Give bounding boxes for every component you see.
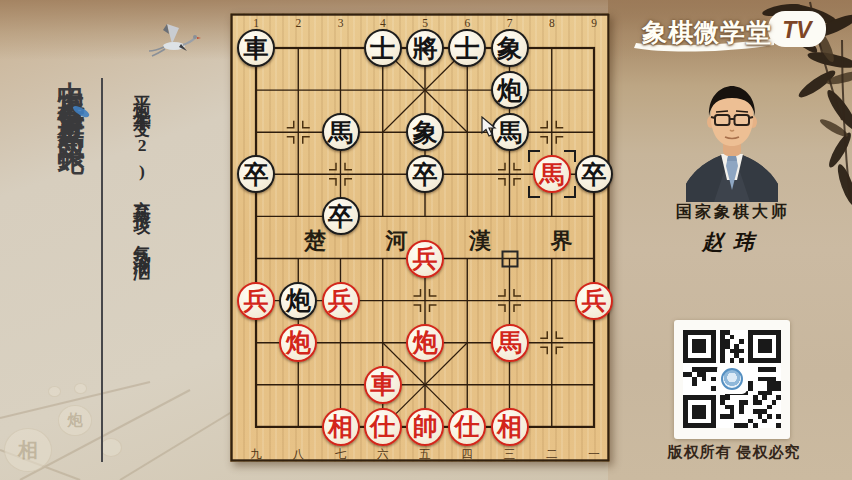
board-intersection[interactable]: 卒 <box>573 153 615 195</box>
board-coord-label: 八 <box>289 447 307 462</box>
board-intersection[interactable]: 炮 <box>488 69 530 111</box>
board-intersection[interactable]: 兵 <box>319 280 361 322</box>
master-title: 国家象棋大师 <box>640 202 826 223</box>
piece-red-cannon[interactable]: 炮 <box>279 324 317 362</box>
faded-piece-tiny <box>74 383 87 394</box>
board-intersection[interactable]: 象 <box>404 111 446 153</box>
faded-piece-small <box>100 438 122 457</box>
faded-piece-pao: 炮 <box>58 405 92 436</box>
logo-tv-text: TV <box>782 17 813 43</box>
board-intersection[interactable]: 馬 <box>488 322 530 364</box>
piece-red-chariot[interactable]: 車 <box>364 366 402 404</box>
board-coord-label: 九 <box>247 447 265 462</box>
piece-black-advisor[interactable]: 士 <box>448 29 486 67</box>
faded-piece-xiang: 相 <box>4 428 52 472</box>
piece-red-advisor[interactable]: 仕 <box>364 408 402 446</box>
piece-black-soldier[interactable]: 卒 <box>575 155 613 193</box>
piece-black-cannon[interactable]: 炮 <box>279 282 317 320</box>
board-intersection[interactable]: 帥 <box>404 406 446 448</box>
board-intersection[interactable]: 將 <box>404 27 446 69</box>
piece-black-elephant[interactable]: 象 <box>491 29 529 67</box>
master-portrait <box>678 78 786 202</box>
board-coord-label: 三 <box>501 447 519 462</box>
board-intersection[interactable]: 象 <box>488 27 530 69</box>
board-coord-label: 四 <box>458 447 476 462</box>
piece-red-soldier[interactable]: 兵 <box>575 282 613 320</box>
board-intersection[interactable]: 士 <box>446 27 488 69</box>
board-intersection[interactable]: 卒 <box>319 195 361 237</box>
video-frame: 相 炮 <box>0 0 852 480</box>
piece-black-soldier[interactable]: 卒 <box>406 155 444 193</box>
qr-code <box>674 320 790 439</box>
piece-red-advisor[interactable]: 仕 <box>448 408 486 446</box>
piece-black-advisor[interactable]: 士 <box>364 29 402 67</box>
board-intersection[interactable]: 車 <box>362 364 404 406</box>
copyright-notice: 版权所有 侵权必究 <box>636 443 832 462</box>
crane-bird-decoration <box>145 20 201 62</box>
channel-logo: TV 象棋微学堂 <box>628 6 834 60</box>
faded-board-photo: 相 炮 <box>0 380 240 480</box>
qr-center-logo <box>717 364 747 394</box>
board-coord-label: 七 <box>332 447 350 462</box>
board-intersection[interactable]: 兵 <box>573 280 615 322</box>
piece-black-cannon[interactable]: 炮 <box>491 71 529 109</box>
board-intersection[interactable]: 兵 <box>404 237 446 279</box>
board-intersection[interactable]: 車 <box>235 27 277 69</box>
board-coord-label: 二 <box>543 447 561 462</box>
board-intersection[interactable]: 相 <box>488 406 530 448</box>
board-intersection[interactable]: 士 <box>362 27 404 69</box>
board-coord-label: 五 <box>416 447 434 462</box>
board-intersection[interactable]: 卒 <box>404 153 446 195</box>
board-intersection[interactable]: 仕 <box>362 406 404 448</box>
piece-black-soldier[interactable]: 卒 <box>237 155 275 193</box>
board-intersection[interactable]: 仕 <box>446 406 488 448</box>
board-intersection[interactable]: 相 <box>319 406 361 448</box>
board-intersection[interactable]: 馬 <box>488 111 530 153</box>
piece-red-horse[interactable]: 馬 <box>533 155 571 193</box>
piece-red-soldier[interactable]: 兵 <box>322 282 360 320</box>
xiangqi-board[interactable]: 楚 河 漢 界 123456789 九八七六五四三二一 車士將士象炮馬象馬卒卒馬… <box>230 13 610 462</box>
board-coord-label: 一 <box>585 447 603 462</box>
title-divider <box>101 78 103 462</box>
piece-black-horse[interactable]: 馬 <box>491 113 529 151</box>
faded-piece-tiny <box>48 386 61 397</box>
board-intersection[interactable]: 炮 <box>277 322 319 364</box>
logo-chinese-text: 象棋微学堂 <box>642 16 772 49</box>
master-name: 赵玮 <box>640 228 826 256</box>
board-intersection[interactable]: 炮 <box>404 322 446 364</box>
piece-red-soldier[interactable]: 兵 <box>237 282 275 320</box>
piece-red-general[interactable]: 帥 <box>406 408 444 446</box>
piece-black-elephant[interactable]: 象 <box>406 113 444 151</box>
pieces-grid: 車士將士象炮馬象馬卒卒馬卒卒兵兵炮兵兵炮炮馬車相仕帥仕相 <box>235 27 615 448</box>
board-intersection[interactable]: 馬 <box>319 111 361 153</box>
piece-red-soldier[interactable]: 兵 <box>406 240 444 278</box>
piece-black-horse[interactable]: 馬 <box>322 113 360 151</box>
board-intersection[interactable]: 卒 <box>235 153 277 195</box>
piece-red-elephant[interactable]: 相 <box>322 408 360 446</box>
board-intersection[interactable]: 兵 <box>235 280 277 322</box>
piece-black-soldier[interactable]: 卒 <box>322 197 360 235</box>
lesson-title: 中炮直横车对屏风马两头蛇 <box>53 60 89 132</box>
board-intersection[interactable]: 炮 <box>277 280 319 322</box>
board-coord-label: 六 <box>374 447 392 462</box>
piece-red-cannon[interactable]: 炮 <box>406 324 444 362</box>
board-intersection[interactable]: 馬 <box>531 153 573 195</box>
piece-black-chariot[interactable]: 車 <box>237 29 275 67</box>
lesson-subtitle: 平炮兑车变(2)弃马抢攻，气势汹汹 <box>130 82 154 253</box>
piece-black-general[interactable]: 將 <box>406 29 444 67</box>
piece-red-horse[interactable]: 馬 <box>491 324 529 362</box>
last-move-origin-marker <box>501 250 518 267</box>
piece-red-elephant[interactable]: 相 <box>491 408 529 446</box>
